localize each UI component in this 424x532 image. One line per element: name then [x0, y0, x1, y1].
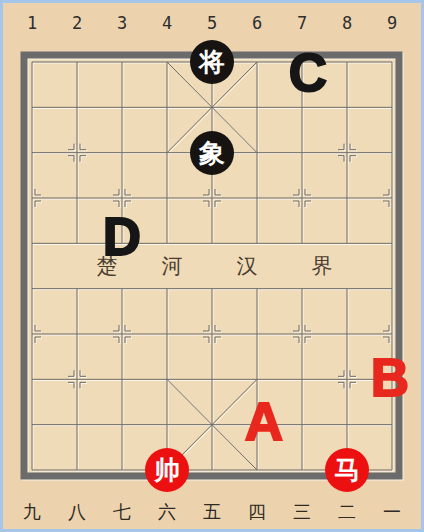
xiangqi-board: 楚河汉界 123456789 九八七六五四三二一 将象帅马 ABCD [0, 0, 424, 532]
top-file-label-7: 7 [297, 13, 307, 33]
annotation-letter-c: C [289, 46, 327, 99]
piece-red-general[interactable]: 帅 [145, 448, 189, 492]
top-file-label-6: 6 [252, 13, 262, 33]
annotation-letter-a: A [245, 395, 283, 448]
bottom-file-label-1: 九 [23, 500, 41, 524]
bottom-file-label-4: 六 [158, 500, 176, 524]
top-file-label-4: 4 [162, 13, 172, 33]
piece-red-horse[interactable]: 马 [325, 448, 369, 492]
bottom-file-label-5: 五 [203, 500, 221, 524]
bottom-file-label-6: 四 [248, 500, 266, 524]
bottom-file-label-7: 三 [293, 500, 311, 524]
annotation-letter-b: B [371, 351, 409, 404]
bottom-file-label-8: 二 [338, 500, 356, 524]
top-file-label-1: 1 [27, 13, 37, 33]
top-file-label-5: 5 [207, 13, 217, 33]
piece-black-general[interactable]: 将 [190, 40, 234, 84]
bottom-file-label-2: 八 [68, 500, 86, 524]
top-file-label-9: 9 [387, 13, 397, 33]
bottom-file-label-3: 七 [113, 500, 131, 524]
top-file-label-8: 8 [342, 13, 352, 33]
bottom-file-label-9: 一 [383, 500, 401, 524]
top-file-label-3: 3 [117, 13, 127, 33]
annotation-letter-d: D [103, 210, 141, 263]
piece-black-elephant[interactable]: 象 [190, 131, 234, 175]
pieces-grid: 将象帅马 [10, 39, 415, 492]
top-file-label-2: 2 [72, 13, 82, 33]
